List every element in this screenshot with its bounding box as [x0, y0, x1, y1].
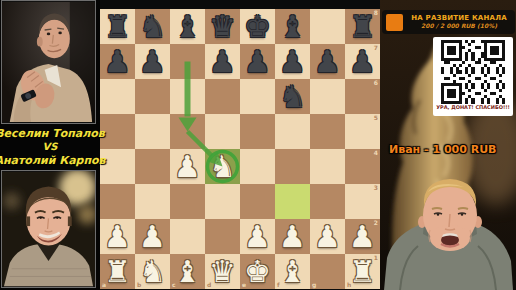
player-name-white: Веселин Топалов — [0, 127, 105, 140]
donation-banner-progress: 200 / 2 000 RUB (10%) — [421, 22, 497, 30]
white-bishop[interactable]: ♝ — [275, 254, 310, 289]
square-c7[interactable] — [170, 44, 205, 79]
black-bishop[interactable]: ♝ — [275, 9, 310, 44]
player-photo-karpov — [1, 170, 96, 288]
rank-label: 2 — [374, 220, 378, 226]
white-pawn[interactable]: ♟ — [135, 219, 170, 254]
square-f7[interactable]: ♟ — [275, 44, 310, 79]
black-bishop[interactable]: ♝ — [170, 9, 205, 44]
black-pawn[interactable]: ♟ — [240, 44, 275, 79]
square-b5[interactable] — [135, 114, 170, 149]
player-photo-topalov — [1, 0, 96, 124]
square-d2[interactable] — [205, 219, 240, 254]
square-d5[interactable] — [205, 114, 240, 149]
square-e5[interactable] — [240, 114, 275, 149]
square-g2[interactable]: ♟ — [310, 219, 345, 254]
black-queen[interactable]: ♛ — [205, 9, 240, 44]
donation-banner-title: НА РАЗВИТИЕ КАНАЛА — [411, 14, 507, 22]
square-g4[interactable] — [310, 149, 345, 184]
square-c5[interactable] — [170, 114, 205, 149]
square-h8[interactable]: ♜8 — [345, 9, 380, 44]
square-h4[interactable]: 4 — [345, 149, 380, 184]
white-knight[interactable]: ♞ — [205, 149, 240, 184]
topalov-portrait-art — [2, 1, 95, 123]
square-b2[interactable]: ♟ — [135, 219, 170, 254]
rank-label: 6 — [374, 80, 378, 86]
donation-qr-code: УРА, ДОНАТ! СПАСИБО!!! — [433, 37, 513, 116]
square-g8[interactable] — [310, 9, 345, 44]
file-label: a — [102, 282, 106, 288]
square-d6[interactable] — [205, 79, 240, 114]
vs-label: VS — [43, 141, 58, 153]
donation-alert: Иван - 1 000 RUB — [389, 143, 496, 156]
square-e1[interactable]: ♚e — [240, 254, 275, 289]
rank-label: 1 — [374, 255, 378, 261]
rank-label: 8 — [374, 10, 378, 16]
qr-caption: УРА, ДОНАТ! СПАСИБО!!! — [436, 104, 510, 111]
square-h6[interactable]: 6 — [345, 79, 380, 114]
stream-frame: Веселин Топалов VS Анатолий Карпов — [0, 0, 516, 290]
square-f1[interactable]: ♝f — [275, 254, 310, 289]
square-c3[interactable] — [170, 184, 205, 219]
rank-label: 3 — [374, 185, 378, 191]
square-g6[interactable] — [310, 79, 345, 114]
square-f5[interactable] — [275, 114, 310, 149]
square-a7[interactable]: ♟ — [100, 44, 135, 79]
square-e3[interactable] — [240, 184, 275, 219]
black-pawn[interactable]: ♟ — [135, 44, 170, 79]
webcam-panel: НА РАЗВИТИЕ КАНАЛА 200 / 2 000 RUB (10%)… — [380, 0, 516, 290]
square-c1[interactable]: ♝c — [170, 254, 205, 289]
square-g7[interactable]: ♟ — [310, 44, 345, 79]
square-f4[interactable] — [275, 149, 310, 184]
square-d4[interactable]: ♞ — [205, 149, 240, 184]
players-panel: Веселин Топалов VS Анатолий Карпов — [0, 0, 100, 290]
square-e7[interactable]: ♟ — [240, 44, 275, 79]
board-grid[interactable]: ♜♞♝♛♚♝♜8♟♟♟♟♟♟♟7♞65♟♞43♟♟♟♟♟♟2♜a♞b♝c♛d♚e… — [100, 9, 380, 289]
rank-label: 7 — [374, 45, 378, 51]
file-label: f — [277, 282, 280, 288]
file-label: g — [312, 282, 316, 288]
square-g3[interactable] — [310, 184, 345, 219]
white-pawn[interactable]: ♟ — [275, 219, 310, 254]
square-e6[interactable] — [240, 79, 275, 114]
square-c4[interactable]: ♟ — [170, 149, 205, 184]
square-f3[interactable] — [275, 184, 310, 219]
streamer-webcam — [380, 160, 516, 290]
square-a8[interactable]: ♜ — [100, 9, 135, 44]
square-h5[interactable]: 5 — [345, 114, 380, 149]
file-label: b — [137, 282, 141, 288]
square-d7[interactable]: ♟ — [205, 44, 240, 79]
square-g5[interactable] — [310, 114, 345, 149]
square-b7[interactable]: ♟ — [135, 44, 170, 79]
square-c2[interactable] — [170, 219, 205, 254]
matchup-caption: Веселин Топалов VS Анатолий Карпов — [0, 124, 100, 170]
square-f2[interactable]: ♟ — [275, 219, 310, 254]
black-knight[interactable]: ♞ — [135, 9, 170, 44]
square-e8[interactable]: ♚ — [240, 9, 275, 44]
karpov-portrait-art — [2, 171, 95, 287]
square-d3[interactable] — [205, 184, 240, 219]
square-a1[interactable]: ♜a — [100, 254, 135, 289]
qr-code-image — [440, 40, 506, 104]
donation-progress-banner: НА РАЗВИТИЕ КАНАЛА 200 / 2 000 RUB (10%) — [382, 10, 515, 34]
square-a3[interactable] — [100, 184, 135, 219]
white-pawn[interactable]: ♟ — [100, 219, 135, 254]
square-e4[interactable] — [240, 149, 275, 184]
white-pawn[interactable]: ♟ — [310, 219, 345, 254]
black-rook[interactable]: ♜ — [100, 9, 135, 44]
square-f8[interactable]: ♝ — [275, 9, 310, 44]
square-d8[interactable]: ♛ — [205, 9, 240, 44]
square-a6[interactable] — [100, 79, 135, 114]
square-h7[interactable]: ♟7 — [345, 44, 380, 79]
square-f6[interactable]: ♞ — [275, 79, 310, 114]
square-b6[interactable] — [135, 79, 170, 114]
square-b3[interactable] — [135, 184, 170, 219]
square-d1[interactable]: ♛d — [205, 254, 240, 289]
file-label: c — [172, 282, 176, 288]
square-b4[interactable] — [135, 149, 170, 184]
square-b1[interactable]: ♞b — [135, 254, 170, 289]
square-c8[interactable]: ♝ — [170, 9, 205, 44]
square-h2[interactable]: ♟2 — [345, 219, 380, 254]
file-label: d — [207, 282, 211, 288]
chess-board[interactable]: ♜♞♝♛♚♝♜8♟♟♟♟♟♟♟7♞65♟♞43♟♟♟♟♟♟2♜a♞b♝c♛d♚e… — [100, 0, 380, 290]
black-knight[interactable]: ♞ — [275, 79, 310, 114]
black-pawn[interactable]: ♟ — [310, 44, 345, 79]
square-b8[interactable]: ♞ — [135, 9, 170, 44]
black-pawn[interactable]: ♟ — [275, 44, 310, 79]
square-g1[interactable]: g — [310, 254, 345, 289]
player-name-black: Анатолий Карпов — [0, 154, 106, 167]
black-king[interactable]: ♚ — [240, 9, 275, 44]
square-h1[interactable]: ♜1h — [345, 254, 380, 289]
white-pawn[interactable]: ♟ — [240, 219, 275, 254]
square-c6[interactable] — [170, 79, 205, 114]
square-a2[interactable]: ♟ — [100, 219, 135, 254]
rank-label: 5 — [374, 115, 378, 121]
file-label: e — [242, 282, 246, 288]
square-h3[interactable]: 3 — [345, 184, 380, 219]
donation-progress-text: НА РАЗВИТИЕ КАНАЛА 200 / 2 000 RUB (10%) — [403, 14, 515, 30]
file-label: h — [347, 282, 351, 288]
square-e2[interactable]: ♟ — [240, 219, 275, 254]
rank-label: 4 — [374, 150, 378, 156]
donation-progress-icon — [386, 14, 403, 31]
black-pawn[interactable]: ♟ — [205, 44, 240, 79]
white-pawn[interactable]: ♟ — [170, 149, 205, 184]
square-a5[interactable] — [100, 114, 135, 149]
black-pawn[interactable]: ♟ — [100, 44, 135, 79]
